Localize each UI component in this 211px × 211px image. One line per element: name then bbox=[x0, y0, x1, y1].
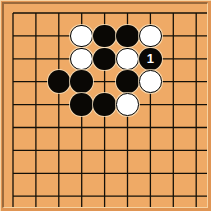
move-number-label: 1 bbox=[147, 52, 154, 65]
white-stone[interactable] bbox=[70, 48, 93, 71]
white-stone[interactable] bbox=[70, 25, 93, 48]
black-stone[interactable] bbox=[116, 70, 139, 93]
black-stone[interactable] bbox=[93, 48, 116, 71]
white-stone[interactable] bbox=[116, 48, 139, 71]
go-board[interactable]: 1 bbox=[2, 2, 208, 208]
go-board-frame: 1 bbox=[0, 0, 211, 211]
white-stone[interactable] bbox=[139, 70, 162, 93]
white-stone[interactable] bbox=[139, 25, 162, 48]
black-stone[interactable] bbox=[116, 25, 139, 48]
black-stone-move-1[interactable]: 1 bbox=[139, 48, 162, 71]
black-stone[interactable] bbox=[48, 70, 71, 93]
black-stone[interactable] bbox=[70, 93, 93, 116]
white-stone[interactable] bbox=[116, 93, 139, 116]
black-stone[interactable] bbox=[93, 25, 116, 48]
black-stone[interactable] bbox=[70, 70, 93, 93]
black-stone[interactable] bbox=[93, 93, 116, 116]
